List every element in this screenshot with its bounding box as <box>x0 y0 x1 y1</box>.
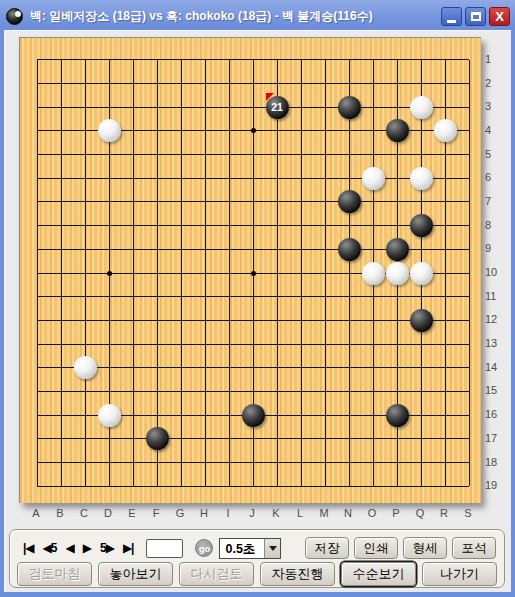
board-cell[interactable] <box>97 261 121 285</box>
board-cell[interactable] <box>193 166 217 190</box>
board-cell[interactable] <box>193 48 217 72</box>
score-estimate-button[interactable]: 형세 <box>403 537 447 559</box>
nav-back1-button[interactable]: ◀ <box>66 541 74 555</box>
board-cell[interactable] <box>313 403 337 427</box>
board-cell[interactable] <box>241 403 265 427</box>
board-cell[interactable] <box>25 427 49 451</box>
board-cell[interactable] <box>145 214 169 238</box>
board-cell[interactable] <box>265 403 289 427</box>
board-cell[interactable] <box>433 95 457 119</box>
board-cell[interactable] <box>25 190 49 214</box>
board-cell[interactable] <box>337 261 361 285</box>
board-cell[interactable] <box>385 95 409 119</box>
board-cell[interactable] <box>217 427 241 451</box>
board-cell[interactable] <box>457 309 481 333</box>
board-cell[interactable] <box>241 427 265 451</box>
board-cell[interactable] <box>433 309 457 333</box>
board-cell[interactable] <box>409 214 433 238</box>
board-cell[interactable] <box>289 356 313 380</box>
board-cell[interactable] <box>457 143 481 167</box>
board-cell[interactable] <box>217 403 241 427</box>
board-cell[interactable] <box>49 72 73 96</box>
board-cell[interactable] <box>49 143 73 167</box>
board-cell[interactable] <box>241 238 265 262</box>
print-button[interactable]: 인쇄 <box>354 537 398 559</box>
exit-button[interactable]: 나가기 <box>422 562 497 586</box>
board-cell[interactable] <box>385 48 409 72</box>
board-cell[interactable] <box>361 261 385 285</box>
board-cell[interactable] <box>265 332 289 356</box>
board-cell[interactable] <box>337 427 361 451</box>
delay-select[interactable]: 0.5초 <box>219 538 281 559</box>
board-cell[interactable] <box>457 285 481 309</box>
board-cell[interactable] <box>25 451 49 475</box>
board-cell[interactable] <box>313 332 337 356</box>
board-cell[interactable] <box>433 261 457 285</box>
board-cell[interactable] <box>169 451 193 475</box>
board-cell[interactable] <box>313 214 337 238</box>
board-cell[interactable] <box>361 238 385 262</box>
board-cell[interactable] <box>169 403 193 427</box>
board-cell[interactable] <box>145 143 169 167</box>
nav-end-button[interactable]: ▶| <box>123 541 134 555</box>
board-cell[interactable] <box>313 190 337 214</box>
board-cell[interactable] <box>217 95 241 119</box>
board-cell[interactable] <box>289 119 313 143</box>
board-cell[interactable] <box>313 427 337 451</box>
board-cell[interactable] <box>169 309 193 333</box>
board-cell[interactable] <box>73 332 97 356</box>
board-cell[interactable] <box>217 474 241 498</box>
board-cell[interactable] <box>25 261 49 285</box>
board-cell[interactable] <box>433 238 457 262</box>
board-cell[interactable] <box>217 261 241 285</box>
board-cell[interactable] <box>121 238 145 262</box>
board-cell[interactable] <box>361 190 385 214</box>
board-cell[interactable] <box>121 474 145 498</box>
board-cell[interactable] <box>25 72 49 96</box>
board-cell[interactable] <box>49 380 73 404</box>
board-cell[interactable] <box>313 356 337 380</box>
board-cell[interactable] <box>337 214 361 238</box>
board-cell[interactable] <box>241 95 265 119</box>
board-cell[interactable]: 21 <box>265 95 289 119</box>
board-cell[interactable] <box>433 285 457 309</box>
board-cell[interactable] <box>73 451 97 475</box>
board-cell[interactable] <box>121 190 145 214</box>
board-cell[interactable] <box>121 356 145 380</box>
board-cell[interactable] <box>433 190 457 214</box>
board-cell[interactable] <box>73 238 97 262</box>
board-cell[interactable] <box>49 190 73 214</box>
board-cell[interactable] <box>193 143 217 167</box>
board-grid[interactable]: 21 <box>25 48 481 498</box>
board-cell[interactable] <box>145 403 169 427</box>
board-cell[interactable] <box>409 427 433 451</box>
go-stone-app-icon[interactable] <box>6 8 23 25</box>
board-cell[interactable] <box>145 427 169 451</box>
board-cell[interactable] <box>145 380 169 404</box>
board-cell[interactable] <box>289 261 313 285</box>
board-cell[interactable] <box>97 238 121 262</box>
board-cell[interactable] <box>361 380 385 404</box>
review-finish-button[interactable]: 검토마침 <box>17 562 92 586</box>
board-cell[interactable] <box>385 474 409 498</box>
board-cell[interactable] <box>49 474 73 498</box>
board-cell[interactable] <box>313 72 337 96</box>
board-cell[interactable] <box>73 190 97 214</box>
board-cell[interactable] <box>457 332 481 356</box>
board-cell[interactable] <box>193 332 217 356</box>
board-cell[interactable] <box>457 166 481 190</box>
board-cell[interactable] <box>289 474 313 498</box>
board-cell[interactable] <box>25 48 49 72</box>
board-cell[interactable] <box>25 332 49 356</box>
board-cell[interactable] <box>73 95 97 119</box>
board-cell[interactable] <box>169 48 193 72</box>
board-cell[interactable] <box>241 119 265 143</box>
board-cell[interactable] <box>169 166 193 190</box>
board-cell[interactable] <box>289 166 313 190</box>
board-cell[interactable] <box>121 261 145 285</box>
board-cell[interactable] <box>361 95 385 119</box>
board-cell[interactable] <box>25 356 49 380</box>
board-cell[interactable] <box>97 190 121 214</box>
minimize-button[interactable] <box>441 7 462 26</box>
board-cell[interactable] <box>49 238 73 262</box>
board-cell[interactable] <box>193 474 217 498</box>
board-cell[interactable] <box>457 190 481 214</box>
board-cell[interactable] <box>193 427 217 451</box>
board-cell[interactable] <box>457 427 481 451</box>
board-cell[interactable] <box>97 143 121 167</box>
board-cell[interactable] <box>73 356 97 380</box>
board-cell[interactable] <box>433 119 457 143</box>
board-cell[interactable] <box>433 143 457 167</box>
board-cell[interactable] <box>25 119 49 143</box>
board-cell[interactable] <box>409 474 433 498</box>
board-cell[interactable] <box>457 214 481 238</box>
board-cell[interactable] <box>241 356 265 380</box>
board-cell[interactable] <box>193 95 217 119</box>
board-cell[interactable] <box>289 427 313 451</box>
board-cell[interactable] <box>337 285 361 309</box>
board-cell[interactable] <box>193 285 217 309</box>
board-cell[interactable] <box>217 238 241 262</box>
board-cell[interactable] <box>385 143 409 167</box>
board-cell[interactable] <box>97 119 121 143</box>
board-cell[interactable] <box>385 285 409 309</box>
board-cell[interactable] <box>265 451 289 475</box>
board-cell[interactable] <box>217 48 241 72</box>
board-cell[interactable] <box>409 238 433 262</box>
board-cell[interactable] <box>217 451 241 475</box>
board-cell[interactable] <box>145 166 169 190</box>
board-cell[interactable] <box>385 190 409 214</box>
board-cell[interactable] <box>73 72 97 96</box>
board-cell[interactable] <box>25 285 49 309</box>
board-cell[interactable] <box>265 380 289 404</box>
board-cell[interactable] <box>73 166 97 190</box>
board-cell[interactable] <box>289 48 313 72</box>
board-cell[interactable] <box>193 356 217 380</box>
board-cell[interactable] <box>433 451 457 475</box>
board-cell[interactable] <box>145 285 169 309</box>
board-cell[interactable] <box>265 48 289 72</box>
board-cell[interactable] <box>385 119 409 143</box>
board-cell[interactable] <box>25 380 49 404</box>
board-cell[interactable] <box>409 356 433 380</box>
board-cell[interactable] <box>265 190 289 214</box>
board-cell[interactable] <box>121 285 145 309</box>
board-cell[interactable] <box>73 380 97 404</box>
nav-forward5-button[interactable]: 5▶ <box>100 541 114 555</box>
board-cell[interactable] <box>409 95 433 119</box>
board-cell[interactable] <box>289 143 313 167</box>
board-cell[interactable] <box>121 95 145 119</box>
board-cell[interactable] <box>337 474 361 498</box>
board-cell[interactable] <box>97 72 121 96</box>
board-cell[interactable] <box>97 474 121 498</box>
board-cell[interactable] <box>457 261 481 285</box>
board-cell[interactable] <box>121 427 145 451</box>
board-cell[interactable] <box>337 332 361 356</box>
board-cell[interactable] <box>409 143 433 167</box>
board-cell[interactable] <box>409 285 433 309</box>
board-cell[interactable] <box>193 403 217 427</box>
board-cell[interactable] <box>145 95 169 119</box>
save-button[interactable]: 저장 <box>305 537 349 559</box>
board-cell[interactable] <box>241 48 265 72</box>
board-cell[interactable] <box>49 166 73 190</box>
board-cell[interactable] <box>121 72 145 96</box>
board-cell[interactable] <box>121 309 145 333</box>
board-cell[interactable] <box>49 332 73 356</box>
board-cell[interactable] <box>361 309 385 333</box>
board-cell[interactable] <box>193 451 217 475</box>
board-cell[interactable] <box>361 285 385 309</box>
nav-start-button[interactable]: |◀ <box>23 541 34 555</box>
board-cell[interactable] <box>289 95 313 119</box>
board-cell[interactable] <box>193 380 217 404</box>
board-cell[interactable] <box>433 403 457 427</box>
board-cell[interactable] <box>289 285 313 309</box>
board-cell[interactable] <box>97 380 121 404</box>
board-cell[interactable] <box>97 332 121 356</box>
board-cell[interactable] <box>217 214 241 238</box>
board-cell[interactable] <box>73 261 97 285</box>
board-cell[interactable] <box>217 356 241 380</box>
board-cell[interactable] <box>25 474 49 498</box>
go-button[interactable]: go <box>195 539 213 557</box>
board-cell[interactable] <box>289 380 313 404</box>
board-cell[interactable] <box>385 451 409 475</box>
board-cell[interactable] <box>193 72 217 96</box>
board-cell[interactable] <box>25 309 49 333</box>
board-cell[interactable] <box>313 261 337 285</box>
board-cell[interactable] <box>409 261 433 285</box>
board-cell[interactable] <box>265 427 289 451</box>
board-cell[interactable] <box>145 190 169 214</box>
board-cell[interactable] <box>73 474 97 498</box>
board-cell[interactable] <box>217 190 241 214</box>
board-cell[interactable] <box>457 238 481 262</box>
board-cell[interactable] <box>49 285 73 309</box>
board-cell[interactable] <box>313 285 337 309</box>
board-cell[interactable] <box>73 143 97 167</box>
board-cell[interactable] <box>145 72 169 96</box>
board-cell[interactable] <box>361 166 385 190</box>
board-cell[interactable] <box>241 72 265 96</box>
board-cell[interactable] <box>265 166 289 190</box>
board-cell[interactable] <box>289 238 313 262</box>
board-cell[interactable] <box>121 380 145 404</box>
board-cell[interactable] <box>217 72 241 96</box>
board-cell[interactable] <box>313 143 337 167</box>
board-cell[interactable] <box>97 451 121 475</box>
board-cell[interactable] <box>217 143 241 167</box>
board-cell[interactable] <box>409 451 433 475</box>
board-cell[interactable] <box>241 261 265 285</box>
board-cell[interactable] <box>169 238 193 262</box>
board-cell[interactable] <box>193 309 217 333</box>
board-cell[interactable] <box>409 48 433 72</box>
board-cell[interactable] <box>337 380 361 404</box>
board-cell[interactable] <box>145 451 169 475</box>
board-cell[interactable] <box>97 285 121 309</box>
board-cell[interactable] <box>457 72 481 96</box>
board-cell[interactable] <box>121 214 145 238</box>
fuseki-button[interactable]: 포석 <box>452 537 496 559</box>
board-cell[interactable] <box>97 356 121 380</box>
board-cell[interactable] <box>169 190 193 214</box>
board-cell[interactable] <box>49 119 73 143</box>
board-cell[interactable] <box>145 309 169 333</box>
board-cell[interactable] <box>313 474 337 498</box>
board-cell[interactable] <box>337 143 361 167</box>
board-cell[interactable] <box>169 380 193 404</box>
board-cell[interactable] <box>49 356 73 380</box>
board-cell[interactable] <box>25 143 49 167</box>
board-cell[interactable] <box>25 403 49 427</box>
board-cell[interactable] <box>289 332 313 356</box>
board-cell[interactable] <box>337 48 361 72</box>
board-cell[interactable] <box>169 261 193 285</box>
board-cell[interactable] <box>73 427 97 451</box>
board-cell[interactable] <box>193 119 217 143</box>
board-cell[interactable] <box>265 143 289 167</box>
board-cell[interactable] <box>49 261 73 285</box>
board-cell[interactable] <box>385 356 409 380</box>
board-cell[interactable] <box>337 95 361 119</box>
board-cell[interactable] <box>49 403 73 427</box>
board-cell[interactable] <box>385 261 409 285</box>
board-cell[interactable] <box>217 332 241 356</box>
board-cell[interactable] <box>289 72 313 96</box>
board-cell[interactable] <box>385 403 409 427</box>
auto-advance-button[interactable]: 자동진행 <box>260 562 335 586</box>
board-cell[interactable] <box>145 119 169 143</box>
board-cell[interactable] <box>217 309 241 333</box>
board-cell[interactable] <box>145 356 169 380</box>
board-cell[interactable] <box>121 119 145 143</box>
board-cell[interactable] <box>265 119 289 143</box>
board-cell[interactable] <box>409 403 433 427</box>
board-cell[interactable] <box>361 143 385 167</box>
board-cell[interactable] <box>409 166 433 190</box>
board-cell[interactable] <box>25 214 49 238</box>
dropdown-arrow-button[interactable] <box>264 539 280 558</box>
board-cell[interactable] <box>433 356 457 380</box>
board-cell[interactable] <box>169 119 193 143</box>
board-cell[interactable] <box>313 238 337 262</box>
board-cell[interactable] <box>361 119 385 143</box>
board-cell[interactable] <box>313 119 337 143</box>
board-cell[interactable] <box>73 285 97 309</box>
board-cell[interactable] <box>385 309 409 333</box>
board-cell[interactable] <box>169 95 193 119</box>
board-cell[interactable] <box>313 309 337 333</box>
board-cell[interactable] <box>361 332 385 356</box>
board-cell[interactable] <box>457 356 481 380</box>
board-cell[interactable] <box>217 166 241 190</box>
board-cell[interactable] <box>385 72 409 96</box>
board-cell[interactable] <box>385 166 409 190</box>
board-cell[interactable] <box>121 166 145 190</box>
board-cell[interactable] <box>169 285 193 309</box>
board-cell[interactable] <box>385 332 409 356</box>
board-cell[interactable] <box>313 451 337 475</box>
board-cell[interactable] <box>361 474 385 498</box>
board-cell[interactable] <box>457 48 481 72</box>
move-sequence-button[interactable]: 수순보기 <box>341 562 416 586</box>
board-cell[interactable] <box>217 380 241 404</box>
board-cell[interactable] <box>241 143 265 167</box>
board-cell[interactable] <box>97 214 121 238</box>
board-cell[interactable] <box>169 72 193 96</box>
board-cell[interactable] <box>433 427 457 451</box>
board-cell[interactable] <box>337 72 361 96</box>
board-cell[interactable] <box>265 238 289 262</box>
board-cell[interactable] <box>169 427 193 451</box>
board-cell[interactable] <box>457 95 481 119</box>
board-cell[interactable] <box>289 403 313 427</box>
board-cell[interactable] <box>241 190 265 214</box>
board-cell[interactable] <box>73 48 97 72</box>
board-cell[interactable] <box>97 427 121 451</box>
board-cell[interactable] <box>97 95 121 119</box>
board-cell[interactable] <box>265 474 289 498</box>
board-cell[interactable] <box>241 474 265 498</box>
board-cell[interactable] <box>313 48 337 72</box>
board-cell[interactable] <box>169 356 193 380</box>
board-cell[interactable] <box>241 309 265 333</box>
board-cell[interactable] <box>25 238 49 262</box>
board-cell[interactable] <box>361 48 385 72</box>
board-cell[interactable] <box>217 119 241 143</box>
board-cell[interactable] <box>337 309 361 333</box>
board-cell[interactable] <box>241 285 265 309</box>
board-cell[interactable] <box>145 48 169 72</box>
board-cell[interactable] <box>409 332 433 356</box>
board-cell[interactable] <box>121 143 145 167</box>
board-cell[interactable] <box>409 190 433 214</box>
board-cell[interactable] <box>193 190 217 214</box>
maximize-button[interactable] <box>465 7 486 26</box>
board-cell[interactable] <box>49 309 73 333</box>
board-cell[interactable] <box>49 95 73 119</box>
board-cell[interactable] <box>433 166 457 190</box>
